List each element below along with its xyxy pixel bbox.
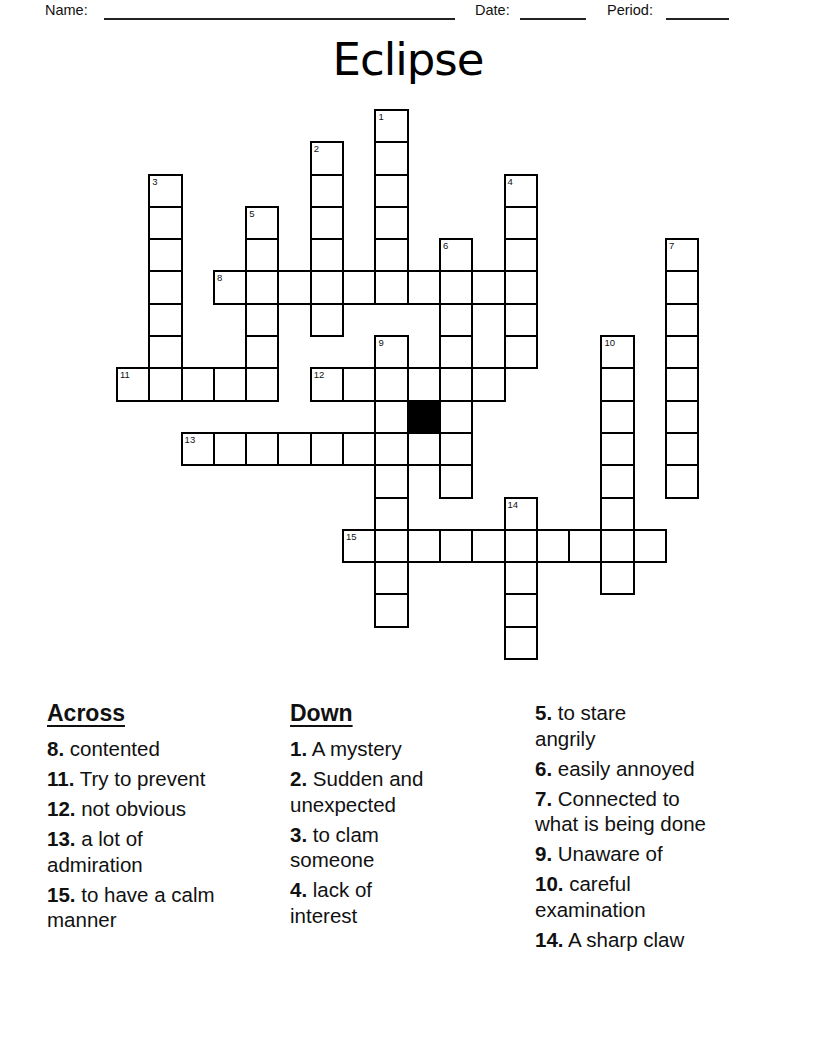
across-clue-list: 8. contented11. Try to prevent12. not ob… [47,736,293,933]
clue-text: Sudden and unexpected [290,767,423,816]
grid-cell-r4c8[interactable] [374,238,408,272]
clue-down-3: 3. to clam someone [290,822,490,873]
clue-down-6: 6. easily annoyed [535,756,787,782]
down-clue-list-2: 5. to stare angrily6. easily annoyed7. C… [535,700,787,952]
grid-cell-r8c10[interactable] [439,367,473,401]
clue-number: 2. [290,767,307,790]
grid-cell-r8c1[interactable] [148,367,182,401]
grid-cell-r4c12[interactable] [504,238,538,272]
grid-cell-r7c1[interactable] [148,335,182,369]
clue-number: 6. [535,757,552,780]
grid-cell-r5c9[interactable] [407,270,441,304]
grid-cell-r13c15[interactable] [600,529,634,563]
clue-down-5: 5. to stare angrily [535,700,787,751]
clue-number: 3. [290,823,307,846]
grid-cell-r10c6[interactable] [310,432,344,466]
grid-cell-r3c12[interactable] [504,206,538,240]
grid-cell-r8c4[interactable] [245,367,279,401]
clue-across-11: 11. Try to prevent [47,766,293,792]
grid-cell-r8c17[interactable] [665,367,699,401]
name-fill-line[interactable] [104,2,455,20]
clue-number: 5. [535,701,552,724]
cell-number-3: 3 [152,176,157,187]
clue-number: 15. [47,883,76,906]
grid-cell-r8c15[interactable] [600,367,634,401]
down-header: Down [290,700,490,727]
clue-number: 12. [47,797,76,820]
down-clue-list-1: 1. A mystery2. Sudden and unexpected3. t… [290,736,490,928]
grid-cell-r11c17[interactable] [665,464,699,498]
clue-number: 13. [47,827,76,850]
clue-text: easily annoyed [552,757,694,780]
grid-cell-r5c6[interactable] [310,270,344,304]
clue-number: 4. [290,878,307,901]
clue-number: 9. [535,842,552,865]
grid-cell-r9c17[interactable] [665,400,699,434]
clue-across-15: 15. to have a calm manner [47,882,293,933]
grid-cell-r9c10[interactable] [439,400,473,434]
grid-cell-r10c4[interactable] [245,432,279,466]
across-clues-column: Across 8. contented11. Try to prevent12.… [47,700,293,937]
grid-cell-r10c2[interactable]: 13 [181,432,215,466]
grid-cell-r8c2[interactable] [181,367,215,401]
clue-number: 8. [47,737,64,760]
down-clues-column-1: Down 1. A mystery2. Sudden and unexpecte… [290,700,490,933]
grid-cell-r10c7[interactable] [342,432,376,466]
grid-cell-r8c0[interactable]: 11 [116,367,150,401]
grid-cell-r2c1[interactable]: 3 [148,174,182,208]
clue-down-4: 4. lack of interest [290,877,490,928]
cell-number-9: 9 [378,337,383,348]
grid-cell-r5c8[interactable] [374,270,408,304]
cell-number-15: 15 [346,531,357,542]
grid-cell-r5c1[interactable] [148,270,182,304]
grid-cell-r14c12[interactable] [504,561,538,595]
clue-down-2: 2. Sudden and unexpected [290,766,490,817]
grid-cell-r7c10[interactable] [439,335,473,369]
cell-number-5: 5 [249,208,254,219]
grid-cell-r0c8[interactable]: 1 [374,109,408,143]
grid-cell-r13c16[interactable] [633,529,667,563]
grid-cell-r10c17[interactable] [665,432,699,466]
grid-cell-r13c9[interactable] [407,529,441,563]
grid-cell-r6c17[interactable] [665,303,699,337]
grid-cell-r10c3[interactable] [213,432,247,466]
cell-number-2: 2 [314,143,319,154]
grid-cell-r8c3[interactable] [213,367,247,401]
name-label: Name: [45,2,88,18]
clue-text: not obvious [76,797,187,820]
cell-number-11: 11 [120,369,130,380]
clue-down-14: 14. A sharp claw [535,927,787,953]
clue-text: A mystery [307,737,402,760]
grid-cell-r4c6[interactable] [310,238,344,272]
grid-cell-r7c17[interactable] [665,335,699,369]
grid-cell-r5c17[interactable] [665,270,699,304]
clue-number: 10. [535,872,564,895]
grid-cell-r12c8[interactable] [374,497,408,531]
grid-cell-r4c1[interactable] [148,238,182,272]
grid-cell-r4c17[interactable]: 7 [665,238,699,272]
clue-text: Connected to what is being done [535,787,706,836]
period-label: Period: [607,2,653,18]
grid-cell-r5c5[interactable] [277,270,311,304]
grid-cell-r6c1[interactable] [148,303,182,337]
clue-text: A sharp claw [564,928,685,951]
clue-down-9: 9. Unaware of [535,841,787,867]
grid-cell-r13c13[interactable] [536,529,570,563]
grid-cell-r8c7[interactable] [342,367,376,401]
grid-cell-r13c7[interactable]: 15 [342,529,376,563]
grid-cell-r8c11[interactable] [471,367,505,401]
grid-cell-r9c15[interactable] [600,400,634,434]
cell-number-4: 4 [508,176,513,187]
clue-number: 11. [47,767,74,790]
grid-cell-r3c1[interactable] [148,206,182,240]
grid-cell-r10c10[interactable] [439,432,473,466]
grid-cell-r11c15[interactable] [600,464,634,498]
grid-cell-r16c12[interactable] [504,626,538,660]
grid-cell-r2c6[interactable] [310,174,344,208]
grid-cell-r14c8[interactable] [374,561,408,595]
clue-text: Unaware of [552,842,663,865]
grid-cell-r9c8[interactable] [374,400,408,434]
grid-cell-r12c15[interactable] [600,497,634,531]
clue-text: Try to prevent [74,767,205,790]
grid-cell-r5c4[interactable] [245,270,279,304]
grid-cell-r13c12[interactable] [504,529,538,563]
grid-cell-r7c15[interactable]: 10 [600,335,634,369]
crossword-grid: 123456789101112131415 [117,110,698,659]
grid-cell-r5c10[interactable] [439,270,473,304]
period-fill-line[interactable] [666,2,729,20]
clue-down-1: 1. A mystery [290,736,490,762]
clue-down-10: 10. careful examination [535,871,787,922]
clue-number: 7. [535,787,552,810]
grid-cell-r11c10[interactable] [439,464,473,498]
grid-cell-r5c7[interactable] [342,270,376,304]
puzzle-title: Eclipse [0,33,816,86]
grid-cell-r2c12[interactable]: 4 [504,174,538,208]
grid-cell-r2c8[interactable] [374,174,408,208]
grid-cell-r10c15[interactable] [600,432,634,466]
grid-cell-r13c8[interactable] [374,529,408,563]
grid-cell-r6c4[interactable] [245,303,279,337]
grid-cell-r3c6[interactable] [310,206,344,240]
grid-cell-r7c4[interactable] [245,335,279,369]
clue-number: 1. [290,737,307,760]
cell-number-1: 1 [378,111,383,122]
grid-cell-r5c11[interactable] [471,270,505,304]
grid-cell-r8c9[interactable] [407,367,441,401]
grid-cell-r1c8[interactable] [374,141,408,175]
grid-cell-r3c4[interactable]: 5 [245,206,279,240]
clue-down-7: 7. Connected to what is being done [535,786,787,837]
grid-cell-r10c8[interactable] [374,432,408,466]
clue-across-8: 8. contented [47,736,293,762]
grid-cell-r15c12[interactable] [504,593,538,627]
cell-number-14: 14 [508,499,519,510]
clue-across-13: 13. a lot of admiration [47,826,293,877]
clue-text: contented [64,737,160,760]
grid-cell-r11c8[interactable] [374,464,408,498]
grid-cell-r4c4[interactable] [245,238,279,272]
grid-cell-r6c6[interactable] [310,303,344,337]
clue-number: 14. [535,928,564,951]
grid-cell-r12c12[interactable]: 14 [504,497,538,531]
grid-cell-r13c11[interactable] [471,529,505,563]
date-fill-line[interactable] [520,2,586,20]
cell-number-12: 12 [314,369,325,380]
clue-across-12: 12. not obvious [47,796,293,822]
grid-cell-r13c10[interactable] [439,529,473,563]
grid-cell-r15c8[interactable] [374,593,408,627]
cell-number-6: 6 [443,240,448,251]
grid-cell-r8c8[interactable] [374,367,408,401]
grid-cell-r8c6[interactable]: 12 [310,367,344,401]
grid-cell-r14c15[interactable] [600,561,634,595]
grid-cell-r3c8[interactable] [374,206,408,240]
grid-cell-r10c5[interactable] [277,432,311,466]
cell-number-13: 13 [185,434,196,445]
grid-cell-r5c12[interactable] [504,270,538,304]
grid-cell-r6c10[interactable] [439,303,473,337]
crossword-worksheet: { "game": "crossword", "title": "Eclipse… [0,0,816,1056]
across-header: Across [47,700,293,727]
grid-cell-r10c9[interactable] [407,432,441,466]
grid-cell-r7c8[interactable]: 9 [374,335,408,369]
down-clues-column-2: 5. to stare angrily6. easily annoyed7. C… [535,700,787,957]
cell-number-7: 7 [669,240,674,251]
date-label: Date: [475,2,510,18]
grid-cell-r6c12[interactable] [504,303,538,337]
grid-cell-r5c3[interactable]: 8 [213,270,247,304]
cell-number-8: 8 [217,272,222,283]
cell-number-10: 10 [604,337,615,348]
grid-cell-r4c10[interactable]: 6 [439,238,473,272]
grid-cell-r13c14[interactable] [568,529,602,563]
grid-cell-r7c12[interactable] [504,335,538,369]
grid-cell-r1c6[interactable]: 2 [310,141,344,175]
black-cell-r9c9 [407,400,441,434]
